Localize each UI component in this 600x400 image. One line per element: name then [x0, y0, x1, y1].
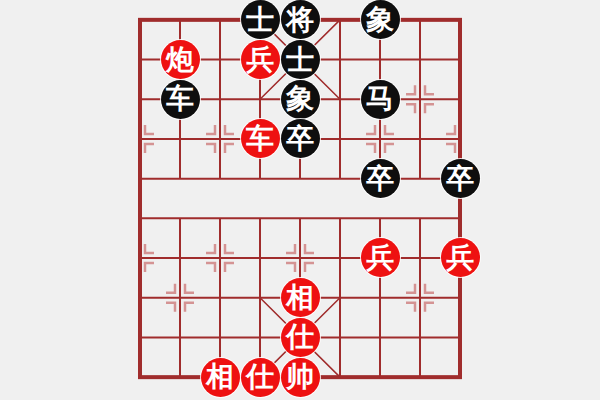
piece-black-horse[interactable]: 马 — [361, 80, 400, 119]
screen: { "game": "xiangqi", "position": { "fen"… — [0, 0, 600, 400]
piece-black-soldier[interactable]: 卒 — [441, 159, 480, 198]
piece-black-elephant[interactable]: 象 — [361, 0, 400, 39]
piece-black-advisor[interactable]: 士 — [241, 0, 280, 39]
piece-red-advisor[interactable]: 仕 — [241, 358, 280, 397]
piece-red-general[interactable]: 帅 — [281, 358, 320, 397]
piece-red-elephant[interactable]: 相 — [281, 278, 320, 317]
board-grid: 士将象炮兵士车象马车卒卒卒兵兵相仕相仕帅 — [120, 0, 480, 397]
piece-black-advisor[interactable]: 士 — [281, 40, 320, 79]
xiangqi-board: 士将象炮兵士车象马车卒卒卒兵兵相仕相仕帅 — [120, 0, 480, 397]
piece-black-soldier[interactable]: 卒 — [361, 159, 400, 198]
piece-red-soldier[interactable]: 兵 — [361, 238, 400, 277]
piece-red-soldier[interactable]: 兵 — [441, 238, 480, 277]
piece-red-chariot[interactable]: 车 — [241, 119, 280, 158]
piece-black-chariot[interactable]: 车 — [161, 80, 200, 119]
piece-black-elephant[interactable]: 象 — [281, 80, 320, 119]
piece-black-soldier[interactable]: 卒 — [281, 119, 320, 158]
piece-red-elephant[interactable]: 相 — [201, 358, 240, 397]
piece-red-advisor[interactable]: 仕 — [281, 318, 320, 357]
piece-black-general[interactable]: 将 — [281, 0, 320, 39]
piece-red-cannon[interactable]: 炮 — [161, 40, 200, 79]
piece-red-soldier[interactable]: 兵 — [241, 40, 280, 79]
